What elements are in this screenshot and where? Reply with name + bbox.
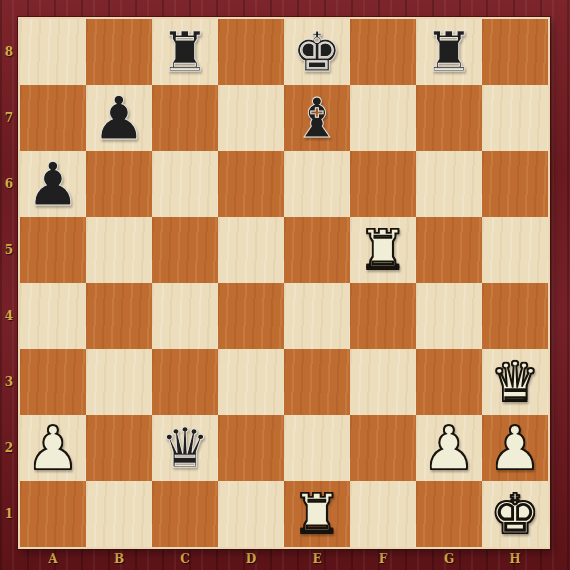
piece-white-pawn[interactable]: ♟: [422, 418, 476, 478]
square-e7[interactable]: ♝: [284, 85, 350, 151]
piece-white-rook[interactable]: ♜: [292, 487, 341, 542]
piece-black-bishop[interactable]: ♝: [292, 91, 341, 146]
square-b1[interactable]: [86, 481, 152, 547]
square-c4[interactable]: [152, 283, 218, 349]
square-e1[interactable]: ♜: [284, 481, 350, 547]
square-a1[interactable]: [20, 481, 86, 547]
square-c1[interactable]: [152, 481, 218, 547]
square-a4[interactable]: [20, 283, 86, 349]
rank-label-3: 3: [0, 349, 18, 415]
square-g4[interactable]: [416, 283, 482, 349]
file-label-f: F: [350, 548, 416, 570]
square-f8[interactable]: [350, 19, 416, 85]
square-b8[interactable]: [86, 19, 152, 85]
file-label-a: A: [20, 548, 86, 570]
board-frame: 87654321 ABCDEFGH ♜♚♜♟♝♟♜♛♟♛♟♟♜♚: [0, 0, 570, 570]
square-g3[interactable]: [416, 349, 482, 415]
square-a8[interactable]: [20, 19, 86, 85]
square-e5[interactable]: [284, 217, 350, 283]
square-f1[interactable]: [350, 481, 416, 547]
piece-black-rook[interactable]: ♜: [160, 25, 209, 80]
piece-white-pawn[interactable]: ♟: [488, 418, 542, 478]
rank-labels: 87654321: [0, 19, 18, 547]
square-f4[interactable]: [350, 283, 416, 349]
square-c2[interactable]: ♛: [152, 415, 218, 481]
square-c5[interactable]: [152, 217, 218, 283]
rank-label-5: 5: [0, 217, 18, 283]
square-a7[interactable]: [20, 85, 86, 151]
square-g2[interactable]: ♟: [416, 415, 482, 481]
square-b6[interactable]: [86, 151, 152, 217]
square-g7[interactable]: [416, 85, 482, 151]
board-edge: ♜♚♜♟♝♟♜♛♟♛♟♟♜♚: [18, 17, 550, 549]
square-d7[interactable]: [218, 85, 284, 151]
piece-black-queen[interactable]: ♛: [160, 421, 209, 476]
square-e2[interactable]: [284, 415, 350, 481]
piece-white-rook[interactable]: ♜: [358, 223, 407, 278]
square-a3[interactable]: [20, 349, 86, 415]
square-b7[interactable]: ♟: [86, 85, 152, 151]
square-f2[interactable]: [350, 415, 416, 481]
square-b2[interactable]: [86, 415, 152, 481]
square-b4[interactable]: [86, 283, 152, 349]
piece-black-pawn[interactable]: ♟: [26, 154, 80, 214]
square-e4[interactable]: [284, 283, 350, 349]
square-e3[interactable]: [284, 349, 350, 415]
rank-label-1: 1: [0, 481, 18, 547]
rank-label-7: 7: [0, 85, 18, 151]
square-h4[interactable]: [482, 283, 548, 349]
rank-label-4: 4: [0, 283, 18, 349]
square-a2[interactable]: ♟: [20, 415, 86, 481]
piece-white-pawn[interactable]: ♟: [26, 418, 80, 478]
piece-black-king[interactable]: ♚: [292, 25, 341, 80]
square-e8[interactable]: ♚: [284, 19, 350, 85]
file-label-c: C: [152, 548, 218, 570]
piece-white-queen[interactable]: ♛: [490, 355, 539, 410]
square-d1[interactable]: [218, 481, 284, 547]
square-h8[interactable]: [482, 19, 548, 85]
square-b5[interactable]: [86, 217, 152, 283]
square-d4[interactable]: [218, 283, 284, 349]
file-label-g: G: [416, 548, 482, 570]
square-g8[interactable]: ♜: [416, 19, 482, 85]
square-f7[interactable]: [350, 85, 416, 151]
file-label-h: H: [482, 548, 548, 570]
square-d8[interactable]: [218, 19, 284, 85]
square-d5[interactable]: [218, 217, 284, 283]
piece-white-king[interactable]: ♚: [490, 487, 539, 542]
square-g1[interactable]: [416, 481, 482, 547]
rank-label-8: 8: [0, 19, 18, 85]
chess-board: ♜♚♜♟♝♟♜♛♟♛♟♟♜♚: [20, 19, 548, 547]
square-a6[interactable]: ♟: [20, 151, 86, 217]
square-h6[interactable]: [482, 151, 548, 217]
square-f5[interactable]: ♜: [350, 217, 416, 283]
square-d2[interactable]: [218, 415, 284, 481]
square-b3[interactable]: [86, 349, 152, 415]
square-c6[interactable]: [152, 151, 218, 217]
file-label-d: D: [218, 548, 284, 570]
square-a5[interactable]: [20, 217, 86, 283]
rank-label-2: 2: [0, 415, 18, 481]
square-h7[interactable]: [482, 85, 548, 151]
square-d6[interactable]: [218, 151, 284, 217]
square-c8[interactable]: ♜: [152, 19, 218, 85]
square-f6[interactable]: [350, 151, 416, 217]
rank-label-6: 6: [0, 151, 18, 217]
square-h2[interactable]: ♟: [482, 415, 548, 481]
square-h5[interactable]: [482, 217, 548, 283]
square-h3[interactable]: ♛: [482, 349, 548, 415]
square-g6[interactable]: [416, 151, 482, 217]
square-h1[interactable]: ♚: [482, 481, 548, 547]
square-c7[interactable]: [152, 85, 218, 151]
file-labels: ABCDEFGH: [20, 548, 548, 570]
piece-black-rook[interactable]: ♜: [424, 25, 473, 80]
piece-black-pawn[interactable]: ♟: [92, 88, 146, 148]
square-f3[interactable]: [350, 349, 416, 415]
square-e6[interactable]: [284, 151, 350, 217]
square-d3[interactable]: [218, 349, 284, 415]
file-label-b: B: [86, 548, 152, 570]
file-label-e: E: [284, 548, 350, 570]
square-c3[interactable]: [152, 349, 218, 415]
square-g5[interactable]: [416, 217, 482, 283]
